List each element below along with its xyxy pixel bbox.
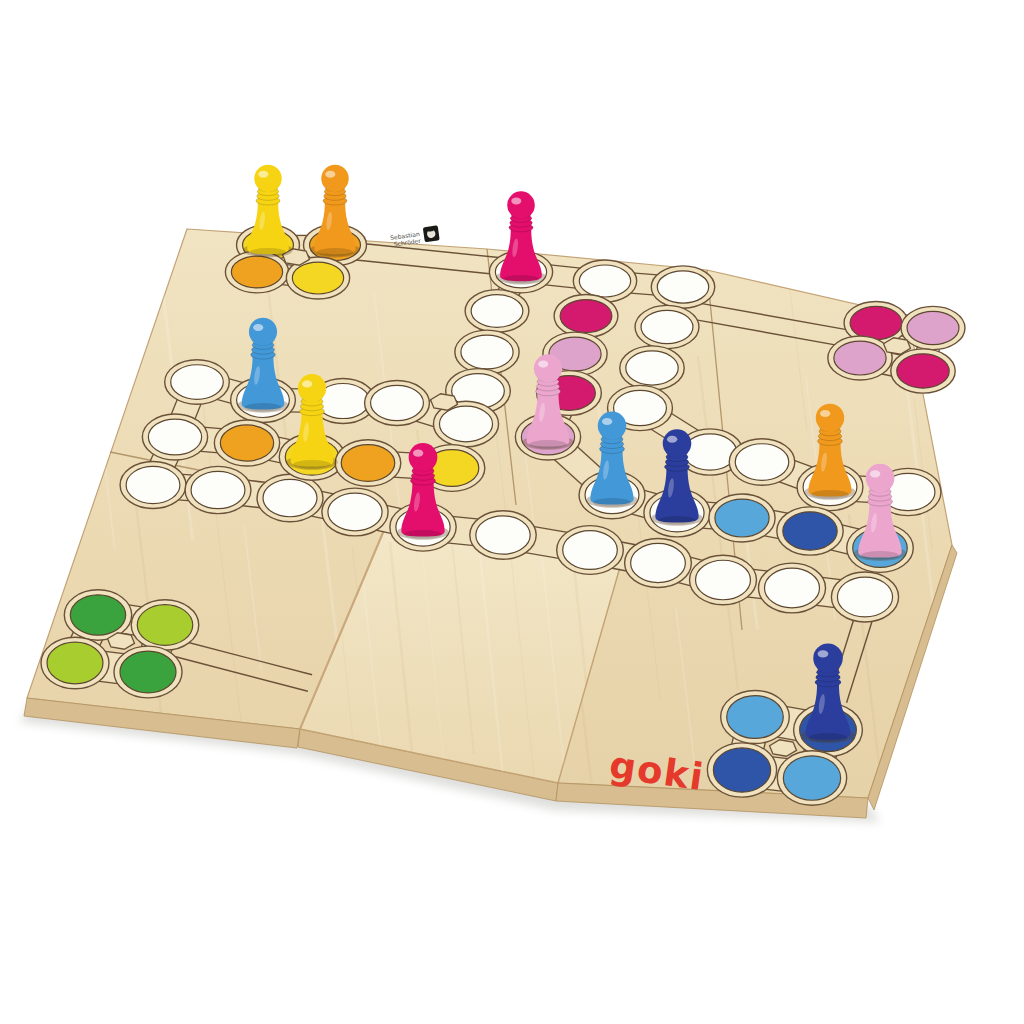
space-white[interactable]: [365, 380, 430, 425]
space-white[interactable]: [465, 290, 529, 333]
space-orange[interactable]: [214, 420, 279, 466]
space-white[interactable]: [729, 439, 795, 486]
space-darkgreen[interactable]: [64, 590, 131, 640]
space-white[interactable]: [690, 555, 757, 605]
pawn-magenta[interactable]: [496, 191, 546, 284]
ludo-board-photo: Sebastian Schröder goki: [0, 0, 1024, 1024]
space-white[interactable]: [635, 305, 699, 348]
space-white[interactable]: [470, 511, 536, 559]
quality-stamp: Sebastian Schröder: [389, 225, 439, 248]
pawn-orange[interactable]: [310, 165, 360, 258]
space-darkblue[interactable]: [777, 507, 843, 555]
pawn-yellow[interactable]: [243, 165, 293, 258]
space-white[interactable]: [455, 330, 519, 374]
board-scene: [20, 165, 982, 960]
space-white[interactable]: [165, 360, 230, 405]
space-orange[interactable]: [335, 440, 401, 487]
space-darkgreen[interactable]: [114, 646, 182, 698]
space-white[interactable]: [257, 474, 323, 521]
space-lightblue[interactable]: [709, 494, 775, 542]
space-white[interactable]: [185, 466, 251, 513]
space-magenta[interactable]: [554, 295, 618, 338]
photo-stage: Sebastian Schröder goki: [0, 0, 1024, 1024]
space-magenta[interactable]: [891, 349, 955, 393]
space-lightgreen[interactable]: [41, 637, 109, 689]
space-darkblue[interactable]: [707, 743, 776, 797]
space-white[interactable]: [120, 461, 186, 508]
space-white[interactable]: [620, 346, 684, 390]
space-white[interactable]: [142, 414, 207, 460]
space-lightblue[interactable]: [721, 691, 790, 744]
space-lightgreen[interactable]: [131, 600, 199, 651]
space-white[interactable]: [758, 563, 825, 613]
space-lightpink[interactable]: [828, 336, 892, 380]
space-orange[interactable]: [225, 251, 288, 293]
space-lightblue[interactable]: [777, 751, 846, 805]
space-lightpink[interactable]: [901, 306, 965, 349]
space-white[interactable]: [625, 538, 692, 587]
space-white[interactable]: [322, 488, 388, 536]
space-white[interactable]: [831, 572, 898, 622]
space-white[interactable]: [651, 266, 714, 308]
space-white[interactable]: [557, 526, 624, 575]
